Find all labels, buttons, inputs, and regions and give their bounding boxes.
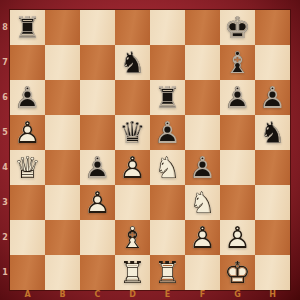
file-label-e: E — [150, 289, 185, 300]
square-d1[interactable]: ♜♖ — [115, 255, 150, 290]
white-bishop: ♝♗ — [115, 220, 150, 255]
black-knight: ♞♘ — [115, 45, 150, 80]
square-d8[interactable] — [115, 10, 150, 45]
square-a5[interactable]: ♟♙ — [10, 115, 45, 150]
black-knight: ♞♘ — [255, 115, 290, 150]
rank-label-4: 4 — [0, 150, 10, 185]
white-queen: ♛♕ — [10, 150, 45, 185]
white-rook: ♜♖ — [115, 255, 150, 290]
square-c6[interactable] — [80, 80, 115, 115]
square-a2[interactable] — [10, 220, 45, 255]
square-c8[interactable] — [80, 10, 115, 45]
square-d3[interactable] — [115, 185, 150, 220]
black-pawn: ♟♙ — [255, 80, 290, 115]
square-g3[interactable] — [220, 185, 255, 220]
square-d2[interactable]: ♝♗ — [115, 220, 150, 255]
square-f5[interactable] — [185, 115, 220, 150]
square-c7[interactable] — [80, 45, 115, 80]
square-g1[interactable]: ♚♔ — [220, 255, 255, 290]
square-d4[interactable]: ♟♙ — [115, 150, 150, 185]
square-h3[interactable] — [255, 185, 290, 220]
file-label-b: B — [45, 289, 80, 300]
square-h4[interactable] — [255, 150, 290, 185]
square-e3[interactable] — [150, 185, 185, 220]
square-h6[interactable]: ♟♙ — [255, 80, 290, 115]
square-e7[interactable] — [150, 45, 185, 80]
rank-label-1: 1 — [0, 255, 10, 290]
square-f2[interactable]: ♟♙ — [185, 220, 220, 255]
square-g6[interactable]: ♟♙ — [220, 80, 255, 115]
white-pawn: ♟♙ — [10, 115, 45, 150]
black-rook: ♜♖ — [150, 80, 185, 115]
file-label-d: D — [115, 289, 150, 300]
black-pawn: ♟♙ — [150, 115, 185, 150]
square-c1[interactable] — [80, 255, 115, 290]
square-g8[interactable]: ♚♔ — [220, 10, 255, 45]
rank-label-8: 8 — [0, 10, 10, 45]
square-b7[interactable] — [45, 45, 80, 80]
square-d5[interactable]: ♛♕ — [115, 115, 150, 150]
square-c2[interactable] — [80, 220, 115, 255]
white-pawn: ♟♙ — [115, 150, 150, 185]
square-h8[interactable] — [255, 10, 290, 45]
square-e1[interactable]: ♜♖ — [150, 255, 185, 290]
square-c4[interactable]: ♟♙ — [80, 150, 115, 185]
square-f6[interactable] — [185, 80, 220, 115]
square-c5[interactable] — [80, 115, 115, 150]
file-label-a: A — [10, 289, 45, 300]
square-h1[interactable] — [255, 255, 290, 290]
square-g2[interactable]: ♟♙ — [220, 220, 255, 255]
black-rook: ♜♖ — [10, 10, 45, 45]
square-e4[interactable]: ♞♘ — [150, 150, 185, 185]
square-a4[interactable]: ♛♕ — [10, 150, 45, 185]
square-b8[interactable] — [45, 10, 80, 45]
rank-label-5: 5 — [0, 115, 10, 150]
square-a3[interactable] — [10, 185, 45, 220]
square-f8[interactable] — [185, 10, 220, 45]
square-d6[interactable] — [115, 80, 150, 115]
square-e6[interactable]: ♜♖ — [150, 80, 185, 115]
file-label-f: F — [185, 289, 220, 300]
square-g5[interactable] — [220, 115, 255, 150]
black-pawn: ♟♙ — [80, 150, 115, 185]
square-b4[interactable] — [45, 150, 80, 185]
square-a8[interactable]: ♜♖ — [10, 10, 45, 45]
white-king: ♚♔ — [220, 255, 255, 290]
black-pawn: ♟♙ — [10, 80, 45, 115]
square-a7[interactable] — [10, 45, 45, 80]
file-label-c: C — [80, 289, 115, 300]
square-f1[interactable] — [185, 255, 220, 290]
square-h2[interactable] — [255, 220, 290, 255]
square-b5[interactable] — [45, 115, 80, 150]
square-d7[interactable]: ♞♘ — [115, 45, 150, 80]
square-h5[interactable]: ♞♘ — [255, 115, 290, 150]
square-e8[interactable] — [150, 10, 185, 45]
file-label-g: G — [220, 289, 255, 300]
white-knight: ♞♘ — [150, 150, 185, 185]
square-c3[interactable]: ♟♙ — [80, 185, 115, 220]
square-h7[interactable] — [255, 45, 290, 80]
white-pawn: ♟♙ — [80, 185, 115, 220]
square-a6[interactable]: ♟♙ — [10, 80, 45, 115]
white-rook: ♜♖ — [150, 255, 185, 290]
black-pawn: ♟♙ — [220, 80, 255, 115]
black-bishop: ♝♗ — [220, 45, 255, 80]
rank-label-2: 2 — [0, 220, 10, 255]
white-pawn: ♟♙ — [185, 220, 220, 255]
chessboard-frame: ♜♖♚♔♞♘♝♗♟♙♜♖♟♙♟♙♟♙♛♕♟♙♞♘♛♕♟♙♟♙♞♘♟♙♟♙♞♘♝♗… — [0, 0, 300, 300]
square-b2[interactable] — [45, 220, 80, 255]
black-king: ♚♔ — [220, 10, 255, 45]
square-a1[interactable] — [10, 255, 45, 290]
square-b3[interactable] — [45, 185, 80, 220]
rank-label-6: 6 — [0, 80, 10, 115]
black-queen: ♛♕ — [115, 115, 150, 150]
chessboard: ♜♖♚♔♞♘♝♗♟♙♜♖♟♙♟♙♟♙♛♕♟♙♞♘♛♕♟♙♟♙♞♘♟♙♟♙♞♘♝♗… — [10, 10, 290, 290]
white-knight: ♞♘ — [185, 185, 220, 220]
square-b6[interactable] — [45, 80, 80, 115]
square-f7[interactable] — [185, 45, 220, 80]
square-f4[interactable]: ♟♙ — [185, 150, 220, 185]
square-b1[interactable] — [45, 255, 80, 290]
square-e5[interactable]: ♟♙ — [150, 115, 185, 150]
white-pawn: ♟♙ — [220, 220, 255, 255]
rank-label-7: 7 — [0, 45, 10, 80]
black-pawn: ♟♙ — [185, 150, 220, 185]
square-g4[interactable] — [220, 150, 255, 185]
square-g7[interactable]: ♝♗ — [220, 45, 255, 80]
file-label-h: H — [255, 289, 290, 300]
square-e2[interactable] — [150, 220, 185, 255]
rank-label-3: 3 — [0, 185, 10, 220]
square-f3[interactable]: ♞♘ — [185, 185, 220, 220]
